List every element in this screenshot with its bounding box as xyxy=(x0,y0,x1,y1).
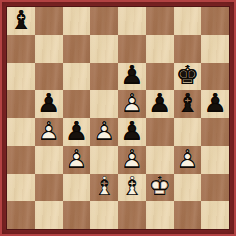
white-pawn-e5[interactable]: ♟♙ xyxy=(118,90,146,118)
white-bishop-d2[interactable]: ♝♗ xyxy=(90,174,118,202)
square-e6[interactable]: ♟♙ xyxy=(118,63,146,91)
square-b3[interactable] xyxy=(35,146,63,174)
black-pawn-b5[interactable]: ♟♙ xyxy=(35,90,63,118)
pawn-glyph-outline: ♙ xyxy=(120,90,143,116)
square-h4[interactable] xyxy=(201,118,229,146)
black-pawn-e6[interactable]: ♟♙ xyxy=(118,63,146,91)
square-h3[interactable] xyxy=(201,146,229,174)
square-c7[interactable] xyxy=(63,35,91,63)
square-c5[interactable] xyxy=(63,90,91,118)
square-f5[interactable]: ♟♙ xyxy=(146,90,174,118)
square-d5[interactable] xyxy=(90,90,118,118)
pawn-glyph-outline: ♙ xyxy=(65,118,88,144)
square-e8[interactable] xyxy=(118,7,146,35)
square-e3[interactable]: ♟♙ xyxy=(118,146,146,174)
square-c1[interactable] xyxy=(63,201,91,229)
square-f6[interactable] xyxy=(146,63,174,91)
white-pawn-g3[interactable]: ♟♙ xyxy=(174,146,202,174)
square-a4[interactable] xyxy=(7,118,35,146)
king-glyph-outline: ♔ xyxy=(176,62,199,88)
black-pawn-f5[interactable]: ♟♙ xyxy=(146,90,174,118)
square-b4[interactable]: ♟♙ xyxy=(35,118,63,146)
white-pawn-e3[interactable]: ♟♙ xyxy=(118,146,146,174)
square-g8[interactable] xyxy=(174,7,202,35)
pawn-glyph-outline: ♙ xyxy=(176,146,199,172)
square-h5[interactable]: ♟♙ xyxy=(201,90,229,118)
square-c6[interactable] xyxy=(63,63,91,91)
square-e5[interactable]: ♟♙ xyxy=(118,90,146,118)
square-g4[interactable] xyxy=(174,118,202,146)
square-d3[interactable] xyxy=(90,146,118,174)
square-d8[interactable] xyxy=(90,7,118,35)
chess-board: ♝♗♟♙♚♔♟♙♟♙♟♙♝♗♟♙♟♙♟♙♟♙♟♙♟♙♟♙♟♙♝♗♝♗♚♔ xyxy=(7,7,229,229)
square-h7[interactable] xyxy=(201,35,229,63)
square-a8[interactable]: ♝♗ xyxy=(7,7,35,35)
square-g7[interactable] xyxy=(174,35,202,63)
square-b1[interactable] xyxy=(35,201,63,229)
black-king-g6[interactable]: ♚♔ xyxy=(174,63,202,91)
chess-board-frame: ♝♗♟♙♚♔♟♙♟♙♟♙♝♗♟♙♟♙♟♙♟♙♟♙♟♙♟♙♟♙♝♗♝♗♚♔ xyxy=(0,0,236,236)
square-g5[interactable]: ♝♗ xyxy=(174,90,202,118)
pawn-glyph-outline: ♙ xyxy=(120,146,143,172)
square-b2[interactable] xyxy=(35,174,63,202)
square-g3[interactable]: ♟♙ xyxy=(174,146,202,174)
square-a2[interactable] xyxy=(7,174,35,202)
square-c8[interactable] xyxy=(63,7,91,35)
square-d6[interactable] xyxy=(90,63,118,91)
king-glyph-outline: ♔ xyxy=(148,173,171,199)
bishop-glyph-outline: ♗ xyxy=(92,173,115,199)
pawn-glyph-outline: ♙ xyxy=(148,90,171,116)
square-a5[interactable] xyxy=(7,90,35,118)
square-g2[interactable] xyxy=(174,174,202,202)
square-f1[interactable] xyxy=(146,201,174,229)
square-c3[interactable]: ♟♙ xyxy=(63,146,91,174)
square-d1[interactable] xyxy=(90,201,118,229)
white-pawn-c3[interactable]: ♟♙ xyxy=(63,146,91,174)
square-a3[interactable] xyxy=(7,146,35,174)
black-pawn-h5[interactable]: ♟♙ xyxy=(201,90,229,118)
bishop-glyph-outline: ♗ xyxy=(120,173,143,199)
bishop-glyph-outline: ♗ xyxy=(176,90,199,116)
black-bishop-a8[interactable]: ♝♗ xyxy=(7,7,35,35)
white-king-f2[interactable]: ♚♔ xyxy=(146,174,174,202)
pawn-glyph-outline: ♙ xyxy=(37,90,60,116)
square-d7[interactable] xyxy=(90,35,118,63)
square-h1[interactable] xyxy=(201,201,229,229)
square-f2[interactable]: ♚♔ xyxy=(146,174,174,202)
square-h2[interactable] xyxy=(201,174,229,202)
square-c4[interactable]: ♟♙ xyxy=(63,118,91,146)
black-pawn-e4[interactable]: ♟♙ xyxy=(118,118,146,146)
white-pawn-b4[interactable]: ♟♙ xyxy=(35,118,63,146)
square-d2[interactable]: ♝♗ xyxy=(90,174,118,202)
square-a6[interactable] xyxy=(7,63,35,91)
square-h8[interactable] xyxy=(201,7,229,35)
pawn-glyph-outline: ♙ xyxy=(120,62,143,88)
square-e2[interactable]: ♝♗ xyxy=(118,174,146,202)
square-h6[interactable] xyxy=(201,63,229,91)
square-f3[interactable] xyxy=(146,146,174,174)
pawn-glyph-outline: ♙ xyxy=(37,118,60,144)
square-a1[interactable] xyxy=(7,201,35,229)
pawn-glyph-outline: ♙ xyxy=(203,90,226,116)
square-b6[interactable] xyxy=(35,63,63,91)
square-b5[interactable]: ♟♙ xyxy=(35,90,63,118)
square-g1[interactable] xyxy=(174,201,202,229)
white-pawn-d4[interactable]: ♟♙ xyxy=(90,118,118,146)
square-b7[interactable] xyxy=(35,35,63,63)
pawn-glyph-outline: ♙ xyxy=(65,146,88,172)
bishop-glyph-outline: ♗ xyxy=(9,7,32,33)
square-e4[interactable]: ♟♙ xyxy=(118,118,146,146)
square-e1[interactable] xyxy=(118,201,146,229)
square-d4[interactable]: ♟♙ xyxy=(90,118,118,146)
black-pawn-c4[interactable]: ♟♙ xyxy=(63,118,91,146)
black-bishop-g5[interactable]: ♝♗ xyxy=(174,90,202,118)
square-f4[interactable] xyxy=(146,118,174,146)
white-bishop-e2[interactable]: ♝♗ xyxy=(118,174,146,202)
square-c2[interactable] xyxy=(63,174,91,202)
square-f8[interactable] xyxy=(146,7,174,35)
square-a7[interactable] xyxy=(7,35,35,63)
square-b8[interactable] xyxy=(35,7,63,35)
square-g6[interactable]: ♚♔ xyxy=(174,63,202,91)
pawn-glyph-outline: ♙ xyxy=(120,118,143,144)
pawn-glyph-outline: ♙ xyxy=(92,118,115,144)
square-f7[interactable] xyxy=(146,35,174,63)
square-e7[interactable] xyxy=(118,35,146,63)
